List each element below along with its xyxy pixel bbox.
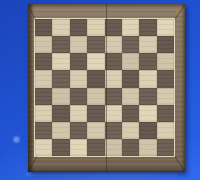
square-b5[interactable]: [52, 70, 69, 87]
square-e8[interactable]: [105, 19, 122, 36]
square-d5[interactable]: [87, 70, 104, 87]
square-g7[interactable]: [139, 36, 156, 53]
square-h1[interactable]: [157, 139, 174, 156]
square-g4[interactable]: [139, 88, 156, 105]
square-f4[interactable]: [122, 88, 139, 105]
square-f1[interactable]: [122, 139, 139, 156]
square-b7[interactable]: [52, 36, 69, 53]
square-c2[interactable]: [70, 122, 87, 139]
square-a1[interactable]: [35, 139, 52, 156]
square-c4[interactable]: [70, 88, 87, 105]
square-e3[interactable]: [105, 105, 122, 122]
square-g5[interactable]: [139, 70, 156, 87]
square-c6[interactable]: [70, 53, 87, 70]
cloth-highlight: [26, 173, 178, 176]
square-c5[interactable]: [70, 70, 87, 87]
square-a7[interactable]: [35, 36, 52, 53]
square-c3[interactable]: [70, 105, 87, 122]
square-d2[interactable]: [87, 122, 104, 139]
square-g6[interactable]: [139, 53, 156, 70]
square-b6[interactable]: [52, 53, 69, 70]
square-f7[interactable]: [122, 36, 139, 53]
square-d8[interactable]: [87, 19, 104, 36]
square-h6[interactable]: [157, 53, 174, 70]
square-f5[interactable]: [122, 70, 139, 87]
square-d3[interactable]: [87, 105, 104, 122]
square-g2[interactable]: [139, 122, 156, 139]
square-e6[interactable]: [105, 53, 122, 70]
square-d4[interactable]: [87, 88, 104, 105]
square-f3[interactable]: [122, 105, 139, 122]
square-a2[interactable]: [35, 122, 52, 139]
square-e1[interactable]: [105, 139, 122, 156]
square-f2[interactable]: [122, 122, 139, 139]
square-h2[interactable]: [157, 122, 174, 139]
square-a5[interactable]: [35, 70, 52, 87]
square-d6[interactable]: [87, 53, 104, 70]
fold-seam: [106, 4, 107, 172]
table-cloth: [0, 0, 200, 180]
square-f8[interactable]: [122, 19, 139, 36]
square-g1[interactable]: [139, 139, 156, 156]
square-c7[interactable]: [70, 36, 87, 53]
square-e7[interactable]: [105, 36, 122, 53]
square-h3[interactable]: [157, 105, 174, 122]
square-a6[interactable]: [35, 53, 52, 70]
square-h8[interactable]: [157, 19, 174, 36]
square-f6[interactable]: [122, 53, 139, 70]
square-c8[interactable]: [70, 19, 87, 36]
square-h4[interactable]: [157, 88, 174, 105]
square-d7[interactable]: [87, 36, 104, 53]
square-b1[interactable]: [52, 139, 69, 156]
square-a4[interactable]: [35, 88, 52, 105]
square-b8[interactable]: [52, 19, 69, 36]
square-g3[interactable]: [139, 105, 156, 122]
square-b2[interactable]: [52, 122, 69, 139]
square-h5[interactable]: [157, 70, 174, 87]
square-e2[interactable]: [105, 122, 122, 139]
square-b3[interactable]: [52, 105, 69, 122]
chessboard: [28, 4, 185, 172]
wood-knot-icon: [176, 10, 179, 13]
square-h7[interactable]: [157, 36, 174, 53]
cloth-spot: [14, 137, 19, 142]
square-b4[interactable]: [52, 88, 69, 105]
square-a3[interactable]: [35, 105, 52, 122]
chessboard-grid: [34, 18, 175, 157]
square-d1[interactable]: [87, 139, 104, 156]
square-e4[interactable]: [105, 88, 122, 105]
square-e5[interactable]: [105, 70, 122, 87]
square-g8[interactable]: [139, 19, 156, 36]
square-a8[interactable]: [35, 19, 52, 36]
square-c1[interactable]: [70, 139, 87, 156]
